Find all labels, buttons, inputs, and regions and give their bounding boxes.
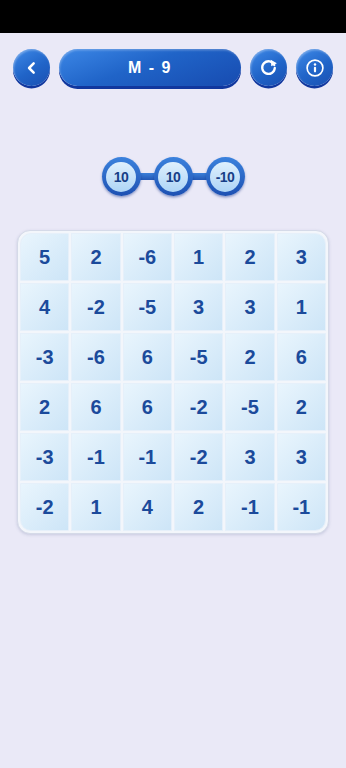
grid-cell[interactable]: 3 (225, 283, 274, 331)
target-badges: 10 10 -10 (0, 157, 346, 196)
target-value: 10 (106, 162, 136, 192)
grid-cell[interactable]: -5 (123, 283, 172, 331)
level-title: M - 9 (59, 49, 241, 86)
grid-cell[interactable]: -2 (174, 433, 223, 481)
target-badge: -10 (206, 157, 245, 196)
number-grid: 52-61234-2-5331-3-66-526266-2-52-3-1-1-2… (20, 233, 326, 531)
grid-cell[interactable]: 3 (277, 233, 326, 281)
grid-cell[interactable]: -2 (174, 383, 223, 431)
target-badge: 10 (102, 157, 141, 196)
grid-cell[interactable]: 6 (123, 383, 172, 431)
grid-cell[interactable]: -2 (20, 483, 69, 531)
header: M - 9 (0, 33, 346, 86)
grid-cell[interactable]: 4 (20, 283, 69, 331)
grid-cell[interactable]: 6 (277, 333, 326, 381)
grid-cell[interactable]: 5 (20, 233, 69, 281)
info-icon (304, 57, 326, 79)
refresh-button[interactable] (250, 49, 287, 86)
grid-cell[interactable]: -1 (71, 433, 120, 481)
badge-connector (191, 173, 208, 180)
grid-cell[interactable]: -1 (123, 433, 172, 481)
target-badge: 10 (154, 157, 193, 196)
grid-cell[interactable]: 6 (123, 333, 172, 381)
refresh-icon (258, 57, 279, 78)
grid-cell[interactable]: 1 (71, 483, 120, 531)
target-value: 10 (158, 162, 188, 192)
grid-cell[interactable]: 3 (174, 283, 223, 331)
grid-cell[interactable]: 4 (123, 483, 172, 531)
back-button[interactable] (13, 49, 50, 86)
grid-cell[interactable]: 2 (174, 483, 223, 531)
grid-cell[interactable]: 1 (174, 233, 223, 281)
grid-cell[interactable]: -5 (225, 383, 274, 431)
grid-cell[interactable]: -3 (20, 333, 69, 381)
badge-connector (139, 173, 156, 180)
status-bar (0, 0, 346, 33)
grid-cell[interactable]: 2 (225, 333, 274, 381)
chevron-left-icon (22, 58, 42, 78)
grid-cell[interactable]: 1 (277, 283, 326, 331)
grid-cell[interactable]: -6 (71, 333, 120, 381)
grid-cell[interactable]: 6 (71, 383, 120, 431)
info-button[interactable] (296, 49, 333, 86)
grid-cell[interactable]: 3 (225, 433, 274, 481)
grid-cell[interactable]: 2 (277, 383, 326, 431)
grid-cell[interactable]: 3 (277, 433, 326, 481)
grid-cell[interactable]: -1 (277, 483, 326, 531)
grid-cell[interactable]: -6 (123, 233, 172, 281)
grid-cell[interactable]: 2 (225, 233, 274, 281)
grid-cell[interactable]: -1 (225, 483, 274, 531)
level-title-label: M - 9 (128, 59, 172, 77)
grid-cell[interactable]: -5 (174, 333, 223, 381)
grid-cell[interactable]: -3 (20, 433, 69, 481)
grid-cell[interactable]: 2 (20, 383, 69, 431)
number-grid-container: 52-61234-2-5331-3-66-526266-2-52-3-1-1-2… (17, 230, 329, 534)
grid-cell[interactable]: -2 (71, 283, 120, 331)
grid-cell[interactable]: 2 (71, 233, 120, 281)
target-value: -10 (210, 162, 240, 192)
